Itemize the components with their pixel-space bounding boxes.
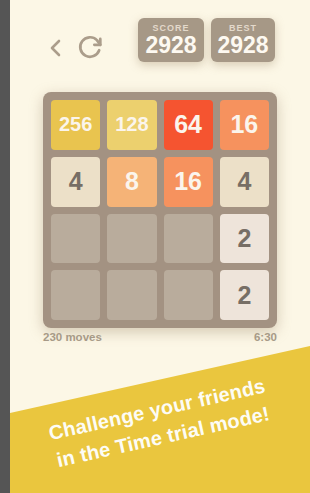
- tile-16: 16: [164, 157, 213, 207]
- score-value: 2928: [138, 34, 204, 57]
- restart-button[interactable]: [77, 34, 103, 60]
- tile-128: 128: [107, 100, 156, 150]
- best-box: BEST 2928: [211, 18, 275, 62]
- tile-2: 2: [220, 214, 269, 264]
- chevron-left-icon: [43, 35, 69, 61]
- tile-16: 16: [220, 100, 269, 150]
- time-remaining: 6:30: [254, 331, 277, 343]
- rotate-clockwise-icon: [77, 34, 103, 60]
- tile-256: 256: [51, 100, 100, 150]
- score-box: SCORE 2928: [138, 18, 204, 62]
- empty-cell: [51, 214, 100, 264]
- tile-4: 4: [51, 157, 100, 207]
- app-screen: SCORE 2928 BEST 2928 25612864164816422 2…: [10, 0, 310, 493]
- empty-cell: [107, 270, 156, 320]
- tile-64: 64: [164, 100, 213, 150]
- tile-4: 4: [220, 157, 269, 207]
- moves-counter: 230 moves: [43, 331, 102, 343]
- tile-2: 2: [220, 270, 269, 320]
- back-button[interactable]: [43, 35, 69, 61]
- empty-cell: [164, 214, 213, 264]
- empty-cell: [107, 214, 156, 264]
- empty-cell: [51, 270, 100, 320]
- status-bar: 230 moves 6:30: [43, 331, 277, 343]
- best-value: 2928: [211, 34, 275, 57]
- empty-cell: [164, 270, 213, 320]
- tile-8: 8: [107, 157, 156, 207]
- board-grid[interactable]: 25612864164816422: [43, 92, 277, 328]
